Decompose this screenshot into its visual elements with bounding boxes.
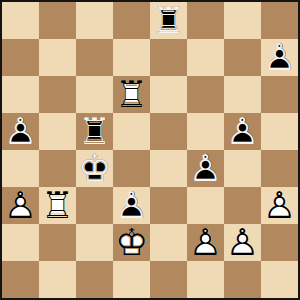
square-b6[interactable] bbox=[39, 76, 76, 113]
square-c1[interactable] bbox=[76, 261, 113, 298]
black-pawn-outline-icon: ♙ bbox=[187, 150, 224, 187]
square-a6[interactable] bbox=[2, 76, 39, 113]
square-c2[interactable] bbox=[76, 224, 113, 261]
white-rook-outline-icon: ♖ bbox=[113, 76, 150, 113]
square-d7[interactable] bbox=[113, 39, 150, 76]
square-d4[interactable] bbox=[113, 150, 150, 187]
chessboard-container: ♜♖♟♙♜♖♟♙♜♖♟♙♚♔♟♙♟♙♜♖♟♙♟♙♚♔♟♙♟♙ bbox=[0, 0, 300, 300]
white-pawn-outline-icon: ♙ bbox=[261, 187, 298, 224]
square-c6[interactable] bbox=[76, 76, 113, 113]
square-a2[interactable] bbox=[2, 224, 39, 261]
black-pawn-outline-icon: ♙ bbox=[113, 187, 150, 224]
white-rook-outline-icon: ♖ bbox=[39, 187, 76, 224]
square-d3[interactable]: ♟♙ bbox=[113, 187, 150, 224]
piece-black-pawn-g5[interactable]: ♟♙ bbox=[224, 113, 261, 150]
square-d5[interactable] bbox=[113, 113, 150, 150]
black-pawn-icon: ♟ bbox=[261, 39, 298, 76]
square-f8[interactable] bbox=[187, 2, 224, 39]
square-a3[interactable]: ♟♙ bbox=[2, 187, 39, 224]
black-king-outline-icon: ♔ bbox=[76, 150, 113, 187]
black-pawn-icon: ♟ bbox=[224, 113, 261, 150]
square-b7[interactable] bbox=[39, 39, 76, 76]
white-pawn-outline-icon: ♙ bbox=[2, 187, 39, 224]
square-b8[interactable] bbox=[39, 2, 76, 39]
white-pawn-icon: ♟ bbox=[224, 224, 261, 261]
square-a4[interactable] bbox=[2, 150, 39, 187]
square-d8[interactable] bbox=[113, 2, 150, 39]
square-f2[interactable]: ♟♙ bbox=[187, 224, 224, 261]
square-e3[interactable] bbox=[150, 187, 187, 224]
piece-white-pawn-h3[interactable]: ♟♙ bbox=[261, 187, 298, 224]
square-d6[interactable]: ♜♖ bbox=[113, 76, 150, 113]
piece-black-pawn-d3[interactable]: ♟♙ bbox=[113, 187, 150, 224]
square-c5[interactable]: ♜♖ bbox=[76, 113, 113, 150]
black-rook-icon: ♜ bbox=[150, 2, 187, 39]
white-king-outline-icon: ♔ bbox=[113, 224, 150, 261]
white-pawn-icon: ♟ bbox=[187, 224, 224, 261]
square-e4[interactable] bbox=[150, 150, 187, 187]
piece-white-rook-d6[interactable]: ♜♖ bbox=[113, 76, 150, 113]
square-g4[interactable] bbox=[224, 150, 261, 187]
square-e6[interactable] bbox=[150, 76, 187, 113]
square-g1[interactable] bbox=[224, 261, 261, 298]
square-h6[interactable] bbox=[261, 76, 298, 113]
square-d2[interactable]: ♚♔ bbox=[113, 224, 150, 261]
square-h2[interactable] bbox=[261, 224, 298, 261]
piece-white-rook-b3[interactable]: ♜♖ bbox=[39, 187, 76, 224]
piece-white-king-d2[interactable]: ♚♔ bbox=[113, 224, 150, 261]
black-pawn-icon: ♟ bbox=[187, 150, 224, 187]
black-rook-outline-icon: ♖ bbox=[76, 113, 113, 150]
square-f7[interactable] bbox=[187, 39, 224, 76]
square-b4[interactable] bbox=[39, 150, 76, 187]
black-pawn-outline-icon: ♙ bbox=[2, 113, 39, 150]
piece-black-pawn-a5[interactable]: ♟♙ bbox=[2, 113, 39, 150]
square-b3[interactable]: ♜♖ bbox=[39, 187, 76, 224]
black-pawn-icon: ♟ bbox=[2, 113, 39, 150]
square-g8[interactable] bbox=[224, 2, 261, 39]
square-f1[interactable] bbox=[187, 261, 224, 298]
square-h4[interactable] bbox=[261, 150, 298, 187]
piece-black-rook-c5[interactable]: ♜♖ bbox=[76, 113, 113, 150]
square-b5[interactable] bbox=[39, 113, 76, 150]
piece-white-pawn-a3[interactable]: ♟♙ bbox=[2, 187, 39, 224]
square-g6[interactable] bbox=[224, 76, 261, 113]
white-rook-icon: ♜ bbox=[113, 76, 150, 113]
white-pawn-outline-icon: ♙ bbox=[224, 224, 261, 261]
square-e1[interactable] bbox=[150, 261, 187, 298]
square-f6[interactable] bbox=[187, 76, 224, 113]
piece-black-king-c4[interactable]: ♚♔ bbox=[76, 150, 113, 187]
white-pawn-icon: ♟ bbox=[261, 187, 298, 224]
square-g7[interactable] bbox=[224, 39, 261, 76]
black-rook-outline-icon: ♖ bbox=[150, 2, 187, 39]
square-c7[interactable] bbox=[76, 39, 113, 76]
square-c4[interactable]: ♚♔ bbox=[76, 150, 113, 187]
square-b2[interactable] bbox=[39, 224, 76, 261]
chess-board: ♜♖♟♙♜♖♟♙♜♖♟♙♚♔♟♙♟♙♜♖♟♙♟♙♚♔♟♙♟♙ bbox=[0, 0, 300, 300]
white-king-icon: ♚ bbox=[113, 224, 150, 261]
white-pawn-icon: ♟ bbox=[2, 187, 39, 224]
square-c3[interactable] bbox=[76, 187, 113, 224]
square-d1[interactable] bbox=[113, 261, 150, 298]
square-b1[interactable] bbox=[39, 261, 76, 298]
square-g2[interactable]: ♟♙ bbox=[224, 224, 261, 261]
square-h5[interactable] bbox=[261, 113, 298, 150]
black-pawn-outline-icon: ♙ bbox=[261, 39, 298, 76]
square-a8[interactable] bbox=[2, 2, 39, 39]
square-h3[interactable]: ♟♙ bbox=[261, 187, 298, 224]
piece-white-pawn-g2[interactable]: ♟♙ bbox=[224, 224, 261, 261]
square-g5[interactable]: ♟♙ bbox=[224, 113, 261, 150]
square-c8[interactable] bbox=[76, 2, 113, 39]
square-h1[interactable] bbox=[261, 261, 298, 298]
black-pawn-icon: ♟ bbox=[113, 187, 150, 224]
white-rook-icon: ♜ bbox=[39, 187, 76, 224]
square-g3[interactable] bbox=[224, 187, 261, 224]
square-h7[interactable]: ♟♙ bbox=[261, 39, 298, 76]
white-pawn-outline-icon: ♙ bbox=[187, 224, 224, 261]
square-f4[interactable]: ♟♙ bbox=[187, 150, 224, 187]
piece-black-rook-e8[interactable]: ♜♖ bbox=[150, 2, 187, 39]
square-e7[interactable] bbox=[150, 39, 187, 76]
black-king-icon: ♚ bbox=[76, 150, 113, 187]
black-pawn-outline-icon: ♙ bbox=[224, 113, 261, 150]
square-e2[interactable] bbox=[150, 224, 187, 261]
piece-black-pawn-h7[interactable]: ♟♙ bbox=[261, 39, 298, 76]
square-a1[interactable] bbox=[2, 261, 39, 298]
piece-white-pawn-f2[interactable]: ♟♙ bbox=[187, 224, 224, 261]
black-rook-icon: ♜ bbox=[76, 113, 113, 150]
square-e5[interactable] bbox=[150, 113, 187, 150]
square-f3[interactable] bbox=[187, 187, 224, 224]
square-h8[interactable] bbox=[261, 2, 298, 39]
square-f5[interactable] bbox=[187, 113, 224, 150]
square-e8[interactable]: ♜♖ bbox=[150, 2, 187, 39]
square-a5[interactable]: ♟♙ bbox=[2, 113, 39, 150]
square-a7[interactable] bbox=[2, 39, 39, 76]
piece-black-pawn-f4[interactable]: ♟♙ bbox=[187, 150, 224, 187]
